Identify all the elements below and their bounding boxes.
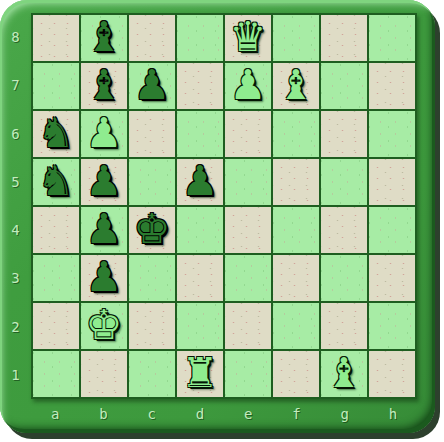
piece-white-bishop: ♝ (278, 65, 315, 106)
file-label-d: d (176, 401, 224, 427)
square-e5[interactable] (225, 159, 271, 205)
rank-label-8: 8 (0, 13, 31, 61)
square-d1[interactable]: ♜ (177, 351, 223, 397)
square-e8[interactable]: ♛ (225, 15, 271, 61)
square-h6[interactable] (369, 111, 415, 157)
square-f5[interactable] (273, 159, 319, 205)
piece-black-pawn: ♟ (86, 161, 123, 202)
square-d7[interactable] (177, 63, 223, 109)
square-h3[interactable] (369, 255, 415, 301)
square-h4[interactable] (369, 207, 415, 253)
square-c6[interactable] (129, 111, 175, 157)
piece-black-pawn: ♟ (86, 209, 123, 250)
square-c1[interactable] (129, 351, 175, 397)
square-b4[interactable]: ♟ (81, 207, 127, 253)
square-f3[interactable] (273, 255, 319, 301)
square-g8[interactable] (321, 15, 367, 61)
square-a8[interactable] (33, 15, 79, 61)
chessboard-window: 87654321 ♝♛♝♟♟♝♞♟♞♟♟♟♚♟♚♜♝ abcdefgh (0, 0, 444, 442)
rank-label-7: 7 (0, 61, 31, 109)
piece-black-pawn: ♟ (86, 257, 123, 298)
square-d8[interactable] (177, 15, 223, 61)
square-c3[interactable] (129, 255, 175, 301)
square-a3[interactable] (33, 255, 79, 301)
square-e6[interactable] (225, 111, 271, 157)
piece-black-pawn: ♟ (134, 65, 171, 106)
square-e7[interactable]: ♟ (225, 63, 271, 109)
rank-labels: 87654321 (0, 13, 31, 399)
square-a7[interactable] (33, 63, 79, 109)
square-h8[interactable] (369, 15, 415, 61)
square-b2[interactable]: ♚ (81, 303, 127, 349)
square-g1[interactable]: ♝ (321, 351, 367, 397)
square-g5[interactable] (321, 159, 367, 205)
rank-label-1: 1 (0, 351, 31, 399)
piece-black-bishop: ♝ (86, 17, 123, 58)
rank-label-4: 4 (0, 206, 31, 254)
file-labels: abcdefgh (31, 401, 417, 427)
square-c8[interactable] (129, 15, 175, 61)
square-g6[interactable] (321, 111, 367, 157)
square-d4[interactable] (177, 207, 223, 253)
square-b8[interactable]: ♝ (81, 15, 127, 61)
square-d3[interactable] (177, 255, 223, 301)
piece-white-bishop: ♝ (326, 353, 363, 394)
square-f1[interactable] (273, 351, 319, 397)
file-label-f: f (272, 401, 320, 427)
square-b5[interactable]: ♟ (81, 159, 127, 205)
square-e4[interactable] (225, 207, 271, 253)
rank-label-3: 3 (0, 254, 31, 302)
square-f8[interactable] (273, 15, 319, 61)
square-f4[interactable] (273, 207, 319, 253)
piece-black-pawn: ♟ (182, 161, 219, 202)
square-g7[interactable] (321, 63, 367, 109)
square-h5[interactable] (369, 159, 415, 205)
board: ♝♛♝♟♟♝♞♟♞♟♟♟♚♟♚♜♝ (31, 13, 417, 399)
square-g3[interactable] (321, 255, 367, 301)
square-f6[interactable] (273, 111, 319, 157)
square-b7[interactable]: ♝ (81, 63, 127, 109)
square-c2[interactable] (129, 303, 175, 349)
square-f7[interactable]: ♝ (273, 63, 319, 109)
square-a6[interactable]: ♞ (33, 111, 79, 157)
square-e2[interactable] (225, 303, 271, 349)
piece-black-king: ♚ (134, 209, 171, 250)
piece-black-bishop: ♝ (86, 65, 123, 106)
file-label-e: e (224, 401, 272, 427)
piece-white-pawn: ♟ (230, 65, 267, 106)
square-f2[interactable] (273, 303, 319, 349)
rank-label-2: 2 (0, 303, 31, 351)
rank-label-6: 6 (0, 110, 31, 158)
square-e3[interactable] (225, 255, 271, 301)
square-e1[interactable] (225, 351, 271, 397)
piece-white-king: ♚ (86, 305, 123, 346)
piece-black-knight: ♞ (38, 113, 75, 154)
square-b3[interactable]: ♟ (81, 255, 127, 301)
file-label-h: h (369, 401, 417, 427)
piece-black-knight: ♞ (38, 161, 75, 202)
square-c7[interactable]: ♟ (129, 63, 175, 109)
file-label-g: g (321, 401, 369, 427)
square-a4[interactable] (33, 207, 79, 253)
square-a1[interactable] (33, 351, 79, 397)
square-b1[interactable] (81, 351, 127, 397)
square-a5[interactable]: ♞ (33, 159, 79, 205)
square-d5[interactable]: ♟ (177, 159, 223, 205)
square-d2[interactable] (177, 303, 223, 349)
piece-white-pawn: ♟ (86, 113, 123, 154)
rank-label-5: 5 (0, 158, 31, 206)
file-label-a: a (31, 401, 79, 427)
square-b6[interactable]: ♟ (81, 111, 127, 157)
square-h1[interactable] (369, 351, 415, 397)
piece-white-rook: ♜ (182, 353, 219, 394)
square-h2[interactable] (369, 303, 415, 349)
piece-white-queen: ♛ (230, 17, 267, 58)
square-g2[interactable] (321, 303, 367, 349)
square-c5[interactable] (129, 159, 175, 205)
file-label-c: c (128, 401, 176, 427)
square-h7[interactable] (369, 63, 415, 109)
square-d6[interactable] (177, 111, 223, 157)
square-g4[interactable] (321, 207, 367, 253)
square-a2[interactable] (33, 303, 79, 349)
file-label-b: b (79, 401, 127, 427)
square-c4[interactable]: ♚ (129, 207, 175, 253)
